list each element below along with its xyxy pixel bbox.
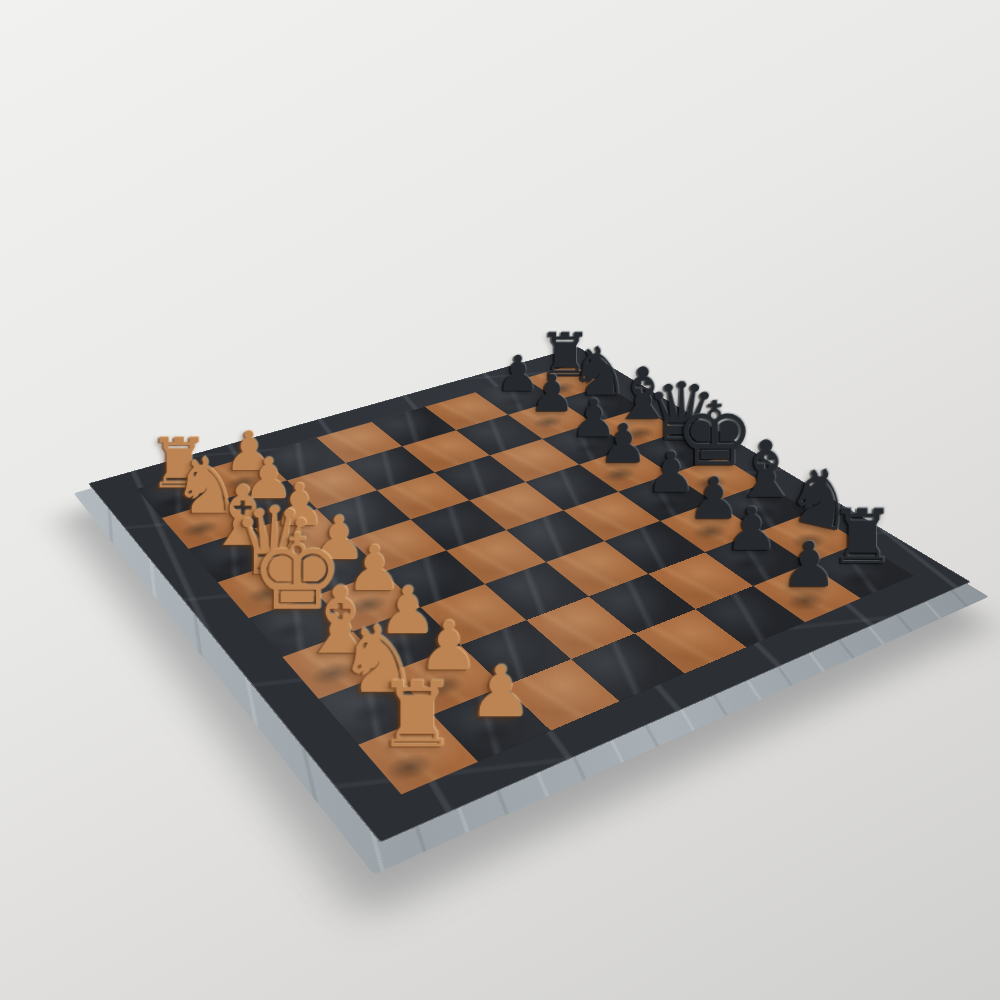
- chess-board: ♜♟♟♜♞♟♟♞♝♟♟♝♛♟♟♛♚♟♟♚♝♟♟♝♞♟♟♞♜♟♟♜: [88, 347, 971, 843]
- square-h1: ♜: [358, 715, 478, 795]
- piece-black-pawn-h7: ♟: [758, 533, 861, 595]
- piece-white-rook-h1: ♜: [357, 670, 478, 761]
- photo-backdrop: ♜♟♟♜♞♟♟♞♝♟♟♝♛♟♟♛♚♟♟♚♝♟♟♝♞♟♟♞♜♟♟♜: [0, 0, 1000, 1000]
- board-squares: ♜♟♟♜♞♟♟♞♝♟♟♝♛♟♟♛♚♟♟♚♝♟♟♝♞♟♟♞♜♟♟♜: [88, 347, 971, 843]
